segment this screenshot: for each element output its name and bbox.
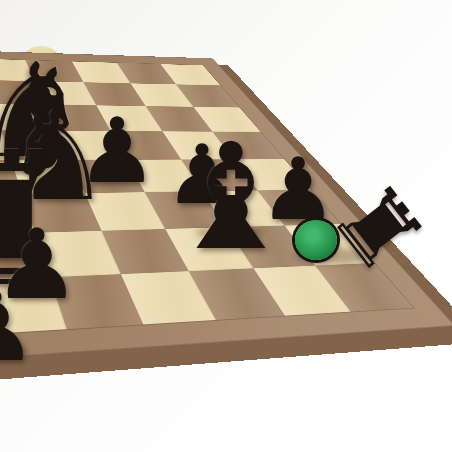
black-bishop[interactable]: ♝ [165, 124, 297, 271]
felt-base [295, 220, 337, 260]
black-pawn-edge-partial[interactable]: ♟ [0, 278, 37, 375]
photo-stage: ♞ ♞ ♜ ♟ ♟ ♟ ♟ ♝ ♟ ♜ [0, 0, 452, 452]
black-rook-fallen[interactable]: ♜ [283, 178, 393, 270]
